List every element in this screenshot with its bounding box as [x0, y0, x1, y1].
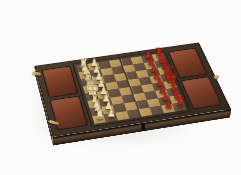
chess-board: ♜♟♟♜♞♟♟♞♝♟♟♝♛♟♟♛♚♟♟♚♝♟♟♝♞♟♟♞♜♟♟♜ [76, 53, 186, 124]
photo-scene: ♜♟♟♜♞♟♟♞♝♟♟♝♛♟♟♛♚♟♟♚♝♟♟♝♞♟♟♞♜♟♟♜ [0, 0, 241, 175]
square: ♟ [161, 104, 175, 113]
square [138, 107, 152, 116]
board-frame: ♜♟♟♜♞♟♟♞♝♟♟♝♛♟♟♛♚♟♟♚♝♟♟♝♞♟♟♞♜♟♟♜ [72, 51, 191, 127]
brass-pin-icon [214, 75, 219, 79]
hinge-notch [141, 123, 145, 132]
square: ♜ [92, 114, 106, 124]
square [119, 87, 133, 96]
chess-piece-white-rook: ♜ [89, 107, 109, 120]
mahogany-panel [43, 66, 78, 97]
chess-piece-red-pawn: ♟ [158, 99, 178, 110]
